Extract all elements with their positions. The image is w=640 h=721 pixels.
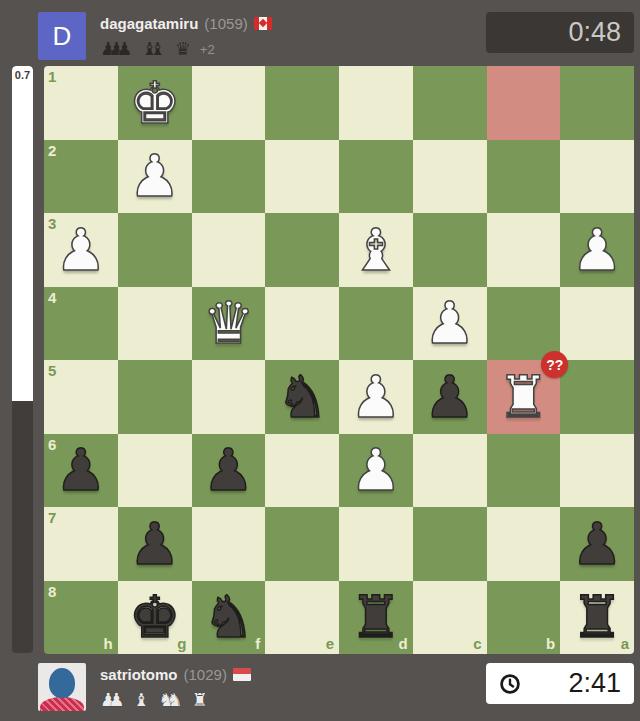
square-c1[interactable]	[413, 66, 487, 140]
square-a8[interactable]: a♜	[560, 581, 634, 655]
top-player-bar: D dagagatamiru (1059) ♟♟♟♝♝♛+2 0:48	[0, 10, 640, 66]
square-e7[interactable]	[265, 507, 339, 581]
player-rating: (1029)	[184, 666, 227, 683]
square-b2[interactable]	[487, 140, 561, 214]
black-pawn-c5[interactable]: ♟	[413, 360, 487, 434]
square-g7[interactable]: ♟	[118, 507, 192, 581]
captured-piece-icon: ♞	[167, 689, 183, 711]
captured-group-p: ♟♟	[100, 689, 124, 711]
white-queen-f4[interactable]: ♛	[192, 287, 266, 361]
rank-label-3: 3	[48, 215, 56, 232]
square-e6[interactable]	[265, 434, 339, 508]
square-f4[interactable]: ♛	[192, 287, 266, 361]
file-label-h: h	[104, 635, 113, 652]
evaluation-score: 0.7	[15, 69, 30, 401]
square-b1[interactable]	[487, 66, 561, 140]
square-b5[interactable]: ♜??	[487, 360, 561, 434]
square-g1[interactable]: ♚	[118, 66, 192, 140]
captured-pieces-bottom: ♟♟♝♞♞♜	[100, 687, 251, 711]
square-e1[interactable]	[265, 66, 339, 140]
chess-app: D dagagatamiru (1059) ♟♟♟♝♝♛+2 0:48 0.7 …	[0, 0, 640, 721]
top-player-clock: 0:48	[486, 12, 634, 53]
square-e5[interactable]: ♞	[265, 360, 339, 434]
captured-piece-icon: ♜	[192, 689, 208, 711]
square-c2[interactable]	[413, 140, 487, 214]
black-pawn-a7[interactable]: ♟	[560, 507, 634, 581]
square-f3[interactable]	[192, 213, 266, 287]
captured-piece-icon: ♝	[133, 689, 149, 711]
bottom-player-bar: satriotomo (1029) ♟♟♝♞♞♜ 2:41	[0, 661, 640, 717]
square-f6[interactable]: ♟	[192, 434, 266, 508]
square-a5[interactable]	[560, 360, 634, 434]
square-e8[interactable]: e	[265, 581, 339, 655]
square-h5[interactable]: 5	[44, 360, 118, 434]
black-pawn-g7[interactable]: ♟	[118, 507, 192, 581]
square-h1[interactable]: 1	[44, 66, 118, 140]
player-name[interactable]: dagagatamiru	[100, 15, 198, 32]
captured-group-n: ♞♞	[158, 689, 182, 711]
captured-group-b: ♝♝	[141, 38, 165, 60]
white-pawn-c4[interactable]: ♟	[413, 287, 487, 361]
captured-piece-icon: ♝	[150, 38, 166, 60]
square-h4[interactable]: 4	[44, 287, 118, 361]
white-pawn-d5[interactable]: ♟	[339, 360, 413, 434]
square-c6[interactable]	[413, 434, 487, 508]
evaluation-bar: 0.7	[12, 66, 33, 653]
square-c8[interactable]: c	[413, 581, 487, 655]
square-d1[interactable]	[339, 66, 413, 140]
square-d7[interactable]	[339, 507, 413, 581]
avatar[interactable]	[38, 663, 86, 711]
white-pawn-d6[interactable]: ♟	[339, 434, 413, 508]
square-c4[interactable]: ♟	[413, 287, 487, 361]
square-h2[interactable]: 2	[44, 140, 118, 214]
square-d6[interactable]: ♟	[339, 434, 413, 508]
captured-piece-icon: ♟	[108, 689, 124, 711]
square-f1[interactable]	[192, 66, 266, 140]
file-label-c: c	[473, 635, 481, 652]
indonesia-flag-icon	[233, 668, 251, 681]
file-label-f: f	[255, 635, 260, 652]
square-g4[interactable]	[118, 287, 192, 361]
bottom-player-clock: 2:41	[486, 663, 634, 704]
square-h7[interactable]: 7	[44, 507, 118, 581]
file-label-a: a	[621, 635, 629, 652]
square-f7[interactable]	[192, 507, 266, 581]
file-label-b: b	[546, 635, 555, 652]
square-a3[interactable]: ♟	[560, 213, 634, 287]
captured-group-p: ♟♟♟	[100, 38, 132, 60]
square-d4[interactable]	[339, 287, 413, 361]
chess-board: 1♚2♟3♟♝♟4♛♟5♞♟♟♜??6♟♟♟7♟♟8hg♚f♞ed♜cba♜	[44, 66, 634, 654]
black-pawn-f6[interactable]: ♟	[192, 434, 266, 508]
black-knight-f8[interactable]: ♞	[192, 581, 266, 655]
rank-label-8: 8	[48, 583, 56, 600]
captured-piece-icon: ♛	[175, 38, 191, 60]
avatar[interactable]: D	[38, 12, 86, 60]
square-f8[interactable]: f♞	[192, 581, 266, 655]
square-e2[interactable]	[265, 140, 339, 214]
white-pawn-g2[interactable]: ♟	[118, 140, 192, 214]
clock-icon	[499, 673, 521, 695]
square-h3[interactable]: 3♟	[44, 213, 118, 287]
rank-label-7: 7	[48, 509, 56, 526]
square-c5[interactable]: ♟	[413, 360, 487, 434]
square-a1[interactable]	[560, 66, 634, 140]
file-label-d: d	[399, 635, 408, 652]
square-b6[interactable]	[487, 434, 561, 508]
square-h6[interactable]: 6♟	[44, 434, 118, 508]
canada-flag-icon	[254, 17, 272, 30]
rank-label-2: 2	[48, 142, 56, 159]
white-bishop-d3[interactable]: ♝	[339, 213, 413, 287]
square-g3[interactable]	[118, 213, 192, 287]
square-f5[interactable]	[192, 360, 266, 434]
material-advantage: +2	[200, 40, 215, 60]
captured-pieces-top: ♟♟♟♝♝♛+2	[100, 36, 272, 60]
rank-label-5: 5	[48, 362, 56, 379]
square-b3[interactable]	[487, 213, 561, 287]
file-label-g: g	[177, 635, 186, 652]
square-e3[interactable]	[265, 213, 339, 287]
white-king-g1[interactable]: ♚	[118, 66, 192, 140]
square-h8[interactable]: 8h	[44, 581, 118, 655]
square-d3[interactable]: ♝	[339, 213, 413, 287]
square-c3[interactable]	[413, 213, 487, 287]
square-b7[interactable]	[487, 507, 561, 581]
file-label-e: e	[326, 635, 334, 652]
square-g5[interactable]	[118, 360, 192, 434]
captured-group-q: ♛	[175, 38, 191, 60]
square-f2[interactable]	[192, 140, 266, 214]
square-a4[interactable]	[560, 287, 634, 361]
player-rating: (1059)	[204, 15, 247, 32]
bottom-player-info: satriotomo (1029) ♟♟♝♞♞♜	[100, 663, 251, 711]
square-g8[interactable]: g♚	[118, 581, 192, 655]
captured-piece-icon: ♟	[116, 38, 132, 60]
evaluation-bar-white-section: 0.7	[12, 66, 33, 401]
square-g6[interactable]	[118, 434, 192, 508]
square-d2[interactable]	[339, 140, 413, 214]
square-c7[interactable]	[413, 507, 487, 581]
square-a2[interactable]	[560, 140, 634, 214]
square-a6[interactable]	[560, 434, 634, 508]
square-e4[interactable]	[265, 287, 339, 361]
white-pawn-a3[interactable]: ♟	[560, 213, 634, 287]
player-name[interactable]: satriotomo	[100, 666, 178, 683]
square-a7[interactable]: ♟	[560, 507, 634, 581]
top-player-info: dagagatamiru (1059) ♟♟♟♝♝♛+2	[100, 12, 272, 60]
rank-label-4: 4	[48, 289, 56, 306]
rank-label-6: 6	[48, 436, 56, 453]
square-b8[interactable]: b	[487, 581, 561, 655]
black-knight-e5[interactable]: ♞	[265, 360, 339, 434]
captured-group-b: ♝	[133, 689, 149, 711]
rank-label-1: 1	[48, 68, 56, 85]
square-d8[interactable]: d♜	[339, 581, 413, 655]
square-d5[interactable]: ♟	[339, 360, 413, 434]
square-g2[interactable]: ♟	[118, 140, 192, 214]
square-b4[interactable]	[487, 287, 561, 361]
captured-group-r: ♜	[192, 689, 208, 711]
